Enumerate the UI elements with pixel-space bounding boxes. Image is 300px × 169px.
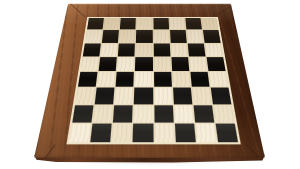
chess-board [34,4,265,158]
square-r2c7[interactable] [186,30,203,42]
square-r1c1[interactable] [87,18,104,30]
square-r3c5[interactable] [153,43,170,56]
square-r3c2[interactable] [100,43,118,56]
square-r2c2[interactable] [102,30,119,42]
square-r4c6[interactable] [171,57,189,71]
square-r5c3[interactable] [115,72,133,87]
square-r8c5[interactable] [154,124,174,143]
square-r7c1[interactable] [72,105,93,122]
square-r8c4[interactable] [132,124,152,143]
square-r7c5[interactable] [153,105,172,122]
square-r2c4[interactable] [136,30,152,42]
square-r3c4[interactable] [135,43,152,56]
square-r1c4[interactable] [136,18,152,30]
square-r6c4[interactable] [134,88,153,104]
square-r7c3[interactable] [113,105,133,122]
chessboard-photo [0,0,300,169]
square-r4c7[interactable] [188,57,207,71]
square-r3c3[interactable] [118,43,135,56]
square-r6c8[interactable] [210,88,231,104]
square-r5c1[interactable] [77,72,97,87]
square-r1c7[interactable] [185,18,202,30]
square-r3c1[interactable] [82,43,100,56]
board-frame [34,4,265,158]
square-r7c4[interactable] [133,105,152,122]
square-r8c3[interactable] [111,124,132,143]
square-r5c4[interactable] [134,72,152,87]
square-r8c8[interactable] [215,124,238,143]
square-r7c2[interactable] [92,105,113,122]
square-r4c1[interactable] [80,57,99,71]
square-r1c3[interactable] [120,18,136,30]
square-r8c2[interactable] [90,124,112,143]
square-r5c6[interactable] [171,72,190,87]
square-r6c5[interactable] [153,88,172,104]
square-r2c8[interactable] [202,30,220,42]
square-r1c8[interactable] [201,18,218,30]
square-r8c6[interactable] [174,124,195,143]
square-r3c8[interactable] [204,43,222,56]
square-r4c8[interactable] [206,57,225,71]
square-r2c1[interactable] [84,30,102,42]
frame-miter-bottom-right [240,145,264,158]
square-r1c6[interactable] [169,18,185,30]
frame-miter-top-left [65,4,89,17]
board-inner-border [66,17,240,145]
square-r3c6[interactable] [170,43,187,56]
square-r5c5[interactable] [153,72,171,87]
square-r7c8[interactable] [212,105,234,122]
square-r8c7[interactable] [194,124,216,143]
frame-miter-top-right [215,4,233,17]
board-grid [69,18,238,142]
square-r2c5[interactable] [153,30,169,42]
square-r7c7[interactable] [193,105,214,122]
square-r4c2[interactable] [98,57,116,71]
square-r8c1[interactable] [69,124,91,143]
square-r6c1[interactable] [75,88,95,104]
frame-miter-bottom-left [34,145,66,158]
square-r7c6[interactable] [173,105,193,122]
square-r5c8[interactable] [208,72,228,87]
square-r5c7[interactable] [190,72,209,87]
square-r6c7[interactable] [191,88,211,104]
square-r4c5[interactable] [153,57,170,71]
square-r4c4[interactable] [135,57,152,71]
square-r2c3[interactable] [119,30,136,42]
square-r6c3[interactable] [114,88,133,104]
square-r1c2[interactable] [103,18,120,30]
square-r6c6[interactable] [172,88,191,104]
square-r2c6[interactable] [169,30,186,42]
square-r5c2[interactable] [96,72,115,87]
square-r6c2[interactable] [94,88,114,104]
square-r1c5[interactable] [153,18,169,30]
square-r3c7[interactable] [187,43,205,56]
square-r4c3[interactable] [116,57,134,71]
